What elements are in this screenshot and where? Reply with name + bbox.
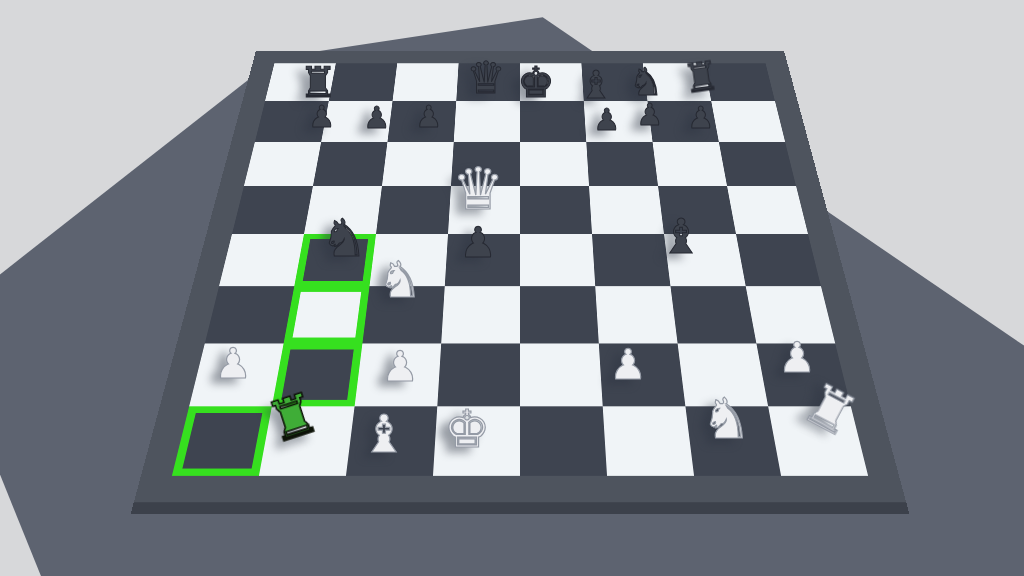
square-a3[interactable]: [205, 286, 294, 343]
piece-white-pawn-a2[interactable]: ♟: [214, 343, 252, 385]
piece-black-pawn-f7[interactable]: ♟: [594, 105, 621, 135]
board-frame: [134, 51, 906, 503]
square-e3[interactable]: [520, 286, 599, 343]
square-c6[interactable]: [382, 142, 454, 186]
square-f5[interactable]: [589, 186, 664, 234]
square-h7[interactable]: [711, 101, 785, 142]
board-perspective-wrapper: [134, 51, 906, 503]
square-b8[interactable]: [329, 63, 397, 101]
piece-black-pawn-g7[interactable]: ♟: [637, 100, 664, 130]
piece-white-knight-g1[interactable]: ♞: [701, 391, 751, 447]
piece-black-bishop-f8[interactable]: ♝: [579, 66, 613, 104]
square-a5[interactable]: [232, 186, 313, 234]
square-g3[interactable]: [670, 286, 756, 343]
square-e7[interactable]: [520, 101, 586, 142]
square-h5[interactable]: [727, 186, 808, 234]
square-b6[interactable]: [313, 142, 388, 186]
square-b3[interactable]: [284, 286, 370, 343]
chess-scene: ♜♛♚♝♞♜♟♟♟♟♟♟♛♞♟♝♞♟♟♟♟♜♝♚♞♜: [0, 0, 1024, 576]
piece-black-rook-h8[interactable]: ♜: [680, 55, 721, 100]
square-a4[interactable]: [219, 234, 304, 286]
piece-white-pawn-c2[interactable]: ♟: [381, 346, 419, 388]
square-e4[interactable]: [520, 234, 595, 286]
piece-black-pawn-c7[interactable]: ♟: [416, 102, 443, 132]
square-e1[interactable]: [520, 406, 607, 475]
piece-black-bishop-g4[interactable]: ♝: [659, 212, 702, 260]
square-h4[interactable]: [736, 234, 821, 286]
piece-black-pawn-b7[interactable]: ♟: [364, 103, 391, 133]
square-d2[interactable]: [437, 343, 520, 406]
square-h6[interactable]: [719, 142, 796, 186]
piece-black-pawn-d4[interactable]: ♟: [459, 222, 497, 264]
piece-white-knight-c3[interactable]: ♞: [378, 255, 423, 305]
square-f6[interactable]: [586, 142, 658, 186]
piece-white-pawn-f2[interactable]: ♟: [609, 344, 647, 386]
square-a1[interactable]: [172, 406, 272, 475]
piece-white-king-d1[interactable]: ♚: [444, 403, 491, 455]
square-e5[interactable]: [520, 186, 592, 234]
square-d3[interactable]: [441, 286, 520, 343]
piece-white-pawn-h2[interactable]: ♟: [778, 337, 816, 379]
square-e2[interactable]: [520, 343, 603, 406]
piece-white-queen-d5[interactable]: ♛: [452, 160, 504, 218]
piece-black-queen-d8[interactable]: ♛: [466, 56, 505, 100]
square-g6[interactable]: [653, 142, 728, 186]
square-c5[interactable]: [376, 186, 451, 234]
square-f3[interactable]: [595, 286, 677, 343]
piece-black-knight-g8[interactable]: ♞: [629, 63, 663, 101]
square-f1[interactable]: [603, 406, 694, 475]
square-a6[interactable]: [244, 142, 321, 186]
square-c8[interactable]: [393, 63, 459, 101]
piece-black-pawn-a7[interactable]: ♟: [309, 102, 336, 132]
square-d7[interactable]: [454, 101, 520, 142]
piece-black-rook-a8[interactable]: ♜: [299, 62, 337, 104]
piece-black-pawn-h7[interactable]: ♟: [688, 103, 715, 133]
piece-black-king-e8[interactable]: ♚: [517, 62, 555, 104]
piece-black-knight-b4[interactable]: ♞: [321, 212, 368, 264]
square-e6[interactable]: [520, 142, 589, 186]
piece-white-bishop-c1[interactable]: ♝: [361, 408, 408, 460]
